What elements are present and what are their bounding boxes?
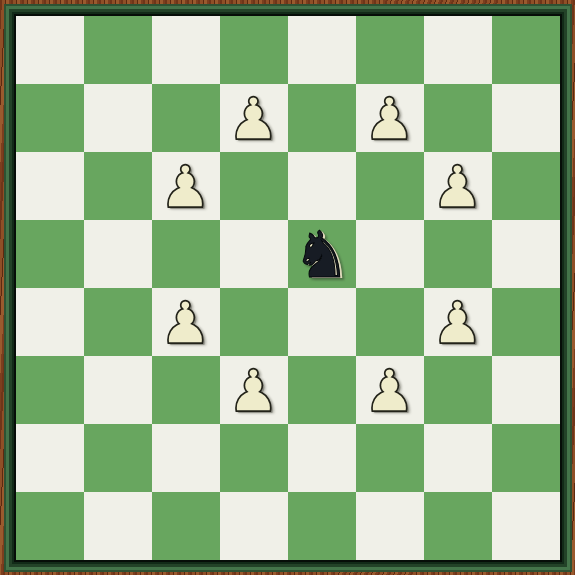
square-c5[interactable] — [152, 220, 220, 288]
board-frame-inner: ♟♟♟♟♞♟♟♟♟ — [9, 9, 567, 567]
square-d5[interactable] — [220, 220, 288, 288]
square-g6[interactable]: ♟ — [424, 152, 492, 220]
square-f1[interactable] — [356, 492, 424, 560]
square-c6[interactable]: ♟ — [152, 152, 220, 220]
square-b5[interactable] — [84, 220, 152, 288]
square-d6[interactable] — [220, 152, 288, 220]
square-h5[interactable] — [492, 220, 560, 288]
square-f5[interactable] — [356, 220, 424, 288]
square-f2[interactable] — [356, 424, 424, 492]
square-b2[interactable] — [84, 424, 152, 492]
square-g7[interactable] — [424, 84, 492, 152]
square-f4[interactable] — [356, 288, 424, 356]
square-a6[interactable] — [16, 152, 84, 220]
white-pawn-f7[interactable]: ♟ — [364, 90, 416, 148]
square-c2[interactable] — [152, 424, 220, 492]
square-h4[interactable] — [492, 288, 560, 356]
white-pawn-d3[interactable]: ♟ — [228, 362, 280, 420]
square-d7[interactable]: ♟ — [220, 84, 288, 152]
square-g4[interactable]: ♟ — [424, 288, 492, 356]
square-a3[interactable] — [16, 356, 84, 424]
board-frame-mid: ♟♟♟♟♞♟♟♟♟ — [6, 6, 570, 570]
square-e1[interactable] — [288, 492, 356, 560]
square-a5[interactable] — [16, 220, 84, 288]
white-pawn-d7[interactable]: ♟ — [228, 90, 280, 148]
square-e3[interactable] — [288, 356, 356, 424]
square-b8[interactable] — [84, 16, 152, 84]
white-pawn-f3[interactable]: ♟ — [364, 362, 416, 420]
square-d4[interactable] — [220, 288, 288, 356]
square-f8[interactable] — [356, 16, 424, 84]
square-h2[interactable] — [492, 424, 560, 492]
board-frame-outer: ♟♟♟♟♞♟♟♟♟ — [4, 4, 572, 572]
board-frame-shadow: ♟♟♟♟♞♟♟♟♟ — [12, 12, 564, 564]
square-d1[interactable] — [220, 492, 288, 560]
square-d3[interactable]: ♟ — [220, 356, 288, 424]
square-h3[interactable] — [492, 356, 560, 424]
chess-board: ♟♟♟♟♞♟♟♟♟ — [16, 16, 560, 560]
square-e4[interactable] — [288, 288, 356, 356]
square-a1[interactable] — [16, 492, 84, 560]
square-f6[interactable] — [356, 152, 424, 220]
square-g5[interactable] — [424, 220, 492, 288]
white-pawn-g6[interactable]: ♟ — [432, 158, 484, 216]
square-h8[interactable] — [492, 16, 560, 84]
square-c4[interactable]: ♟ — [152, 288, 220, 356]
square-h1[interactable] — [492, 492, 560, 560]
square-c3[interactable] — [152, 356, 220, 424]
square-e7[interactable] — [288, 84, 356, 152]
square-c7[interactable] — [152, 84, 220, 152]
square-f7[interactable]: ♟ — [356, 84, 424, 152]
square-h6[interactable] — [492, 152, 560, 220]
square-e5[interactable]: ♞ — [288, 220, 356, 288]
square-a8[interactable] — [16, 16, 84, 84]
square-e8[interactable] — [288, 16, 356, 84]
square-g3[interactable] — [424, 356, 492, 424]
square-g8[interactable] — [424, 16, 492, 84]
white-pawn-c4[interactable]: ♟ — [160, 294, 212, 352]
square-a7[interactable] — [16, 84, 84, 152]
square-c1[interactable] — [152, 492, 220, 560]
square-e6[interactable] — [288, 152, 356, 220]
square-h7[interactable] — [492, 84, 560, 152]
square-f3[interactable]: ♟ — [356, 356, 424, 424]
square-b4[interactable] — [84, 288, 152, 356]
white-pawn-c6[interactable]: ♟ — [160, 158, 212, 216]
square-e2[interactable] — [288, 424, 356, 492]
square-d2[interactable] — [220, 424, 288, 492]
board-frame-edge-line: ♟♟♟♟♞♟♟♟♟ — [14, 14, 562, 562]
square-a4[interactable] — [16, 288, 84, 356]
square-d8[interactable] — [220, 16, 288, 84]
square-c8[interactable] — [152, 16, 220, 84]
square-b1[interactable] — [84, 492, 152, 560]
square-a2[interactable] — [16, 424, 84, 492]
square-b7[interactable] — [84, 84, 152, 152]
square-g1[interactable] — [424, 492, 492, 560]
square-b6[interactable] — [84, 152, 152, 220]
black-knight-e5[interactable]: ♞ — [293, 223, 350, 287]
square-g2[interactable] — [424, 424, 492, 492]
white-pawn-g4[interactable]: ♟ — [432, 294, 484, 352]
square-b3[interactable] — [84, 356, 152, 424]
wood-frame: ♟♟♟♟♞♟♟♟♟ — [0, 0, 575, 575]
